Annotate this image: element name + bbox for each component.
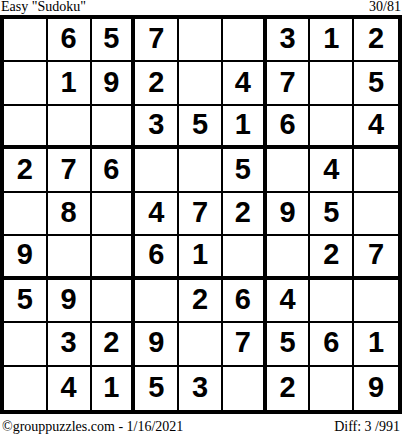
sudoku-cell-r7c4[interactable] <box>135 280 179 323</box>
sudoku-cell-r9c2: 4 <box>48 367 92 410</box>
sudoku-cell-r6c6[interactable] <box>223 236 267 279</box>
sudoku-cell-r3c2[interactable] <box>48 106 92 149</box>
sudoku-cell-r8c3: 2 <box>92 323 136 366</box>
sudoku-cell-r6c4: 6 <box>135 236 179 279</box>
sudoku-cell-r7c3[interactable] <box>92 280 136 323</box>
sudoku-cell-r2c6: 4 <box>223 62 267 105</box>
puzzle-title: Easy "Sudoku" <box>1 0 86 14</box>
sudoku-cell-r1c6[interactable] <box>223 19 267 62</box>
sudoku-page: Easy "Sudoku" 30/81 65731219247535164276… <box>0 0 402 437</box>
sudoku-cell-r3c1[interactable] <box>4 106 48 149</box>
sudoku-cell-r6c9: 7 <box>354 236 398 279</box>
sudoku-cell-r9c3: 1 <box>92 367 136 410</box>
sudoku-cell-r4c3: 6 <box>92 149 136 192</box>
sudoku-cell-r3c6: 1 <box>223 106 267 149</box>
sudoku-cell-r5c2: 8 <box>48 193 92 236</box>
sudoku-cell-r2c1[interactable] <box>4 62 48 105</box>
sudoku-cell-r8c4: 9 <box>135 323 179 366</box>
sudoku-cell-r4c8: 4 <box>310 149 354 192</box>
sudoku-cell-r3c5: 5 <box>179 106 223 149</box>
sudoku-cell-r1c2: 6 <box>48 19 92 62</box>
sudoku-cell-r5c5: 7 <box>179 193 223 236</box>
header: Easy "Sudoku" 30/81 <box>0 0 402 15</box>
sudoku-cell-r5c7: 9 <box>267 193 311 236</box>
sudoku-cell-r6c1: 9 <box>4 236 48 279</box>
sudoku-cell-r9c9: 9 <box>354 367 398 410</box>
sudoku-cell-r4c2: 7 <box>48 149 92 192</box>
sudoku-cell-r5c1[interactable] <box>4 193 48 236</box>
sudoku-cell-r8c6: 7 <box>223 323 267 366</box>
sudoku-cell-r8c7: 5 <box>267 323 311 366</box>
sudoku-cell-r9c8[interactable] <box>310 367 354 410</box>
sudoku-cell-r5c3[interactable] <box>92 193 136 236</box>
sudoku-cell-r1c7: 3 <box>267 19 311 62</box>
sudoku-cell-r9c5: 3 <box>179 367 223 410</box>
sudoku-cell-r2c4: 2 <box>135 62 179 105</box>
sudoku-cell-r3c4: 3 <box>135 106 179 149</box>
sudoku-cell-r2c5[interactable] <box>179 62 223 105</box>
sudoku-cell-r7c2: 9 <box>48 280 92 323</box>
sudoku-cell-r1c1[interactable] <box>4 19 48 62</box>
copyright-text: ©grouppuzzles.com - 1/16/2021 <box>2 420 183 434</box>
sudoku-cell-r7c6: 6 <box>223 280 267 323</box>
difficulty-text: Diff: 3 /991 <box>334 420 400 434</box>
sudoku-cell-r8c1[interactable] <box>4 323 48 366</box>
sudoku-cell-r2c9: 5 <box>354 62 398 105</box>
sudoku-cell-r5c6: 2 <box>223 193 267 236</box>
sudoku-cell-r2c8[interactable] <box>310 62 354 105</box>
sudoku-cell-r7c7: 4 <box>267 280 311 323</box>
sudoku-cell-r7c8[interactable] <box>310 280 354 323</box>
sudoku-cell-r9c7: 2 <box>267 367 311 410</box>
sudoku-cell-r4c5[interactable] <box>179 149 223 192</box>
sudoku-board: 6573121924753516427654847295961275926432… <box>0 15 402 414</box>
sudoku-cell-r8c9: 1 <box>354 323 398 366</box>
sudoku-cell-r5c9[interactable] <box>354 193 398 236</box>
sudoku-cell-r6c7[interactable] <box>267 236 311 279</box>
sudoku-cell-r1c4: 7 <box>135 19 179 62</box>
sudoku-cell-r4c6: 5 <box>223 149 267 192</box>
sudoku-cell-r9c1[interactable] <box>4 367 48 410</box>
sudoku-cell-r6c2[interactable] <box>48 236 92 279</box>
sudoku-cell-r5c4: 4 <box>135 193 179 236</box>
sudoku-cell-r4c9[interactable] <box>354 149 398 192</box>
sudoku-cell-r3c3[interactable] <box>92 106 136 149</box>
sudoku-cell-r4c1: 2 <box>4 149 48 192</box>
sudoku-cell-r9c6[interactable] <box>223 367 267 410</box>
sudoku-cell-r9c4: 5 <box>135 367 179 410</box>
sudoku-cell-r7c9[interactable] <box>354 280 398 323</box>
footer: ©grouppuzzles.com - 1/16/2021 Diff: 3 /9… <box>0 414 402 437</box>
sudoku-cell-r8c2: 3 <box>48 323 92 366</box>
sudoku-cell-r3c8[interactable] <box>310 106 354 149</box>
sudoku-cell-r2c7: 7 <box>267 62 311 105</box>
sudoku-cell-r7c5: 2 <box>179 280 223 323</box>
empty-cell-counter: 30/81 <box>369 0 401 14</box>
sudoku-cell-r1c5[interactable] <box>179 19 223 62</box>
sudoku-cell-r5c8: 5 <box>310 193 354 236</box>
sudoku-cell-r6c3[interactable] <box>92 236 136 279</box>
sudoku-cell-r3c9: 4 <box>354 106 398 149</box>
sudoku-cell-r1c8: 1 <box>310 19 354 62</box>
sudoku-cell-r6c8: 2 <box>310 236 354 279</box>
sudoku-cell-r6c5: 1 <box>179 236 223 279</box>
sudoku-cell-r4c7[interactable] <box>267 149 311 192</box>
sudoku-cell-r1c3: 5 <box>92 19 136 62</box>
sudoku-cell-r3c7: 6 <box>267 106 311 149</box>
sudoku-cell-r4c4[interactable] <box>135 149 179 192</box>
sudoku-cell-r7c1: 5 <box>4 280 48 323</box>
sudoku-cell-r2c2: 1 <box>48 62 92 105</box>
sudoku-cell-r1c9: 2 <box>354 19 398 62</box>
sudoku-cell-r8c8: 6 <box>310 323 354 366</box>
sudoku-cell-r8c5[interactable] <box>179 323 223 366</box>
sudoku-cell-r2c3: 9 <box>92 62 136 105</box>
